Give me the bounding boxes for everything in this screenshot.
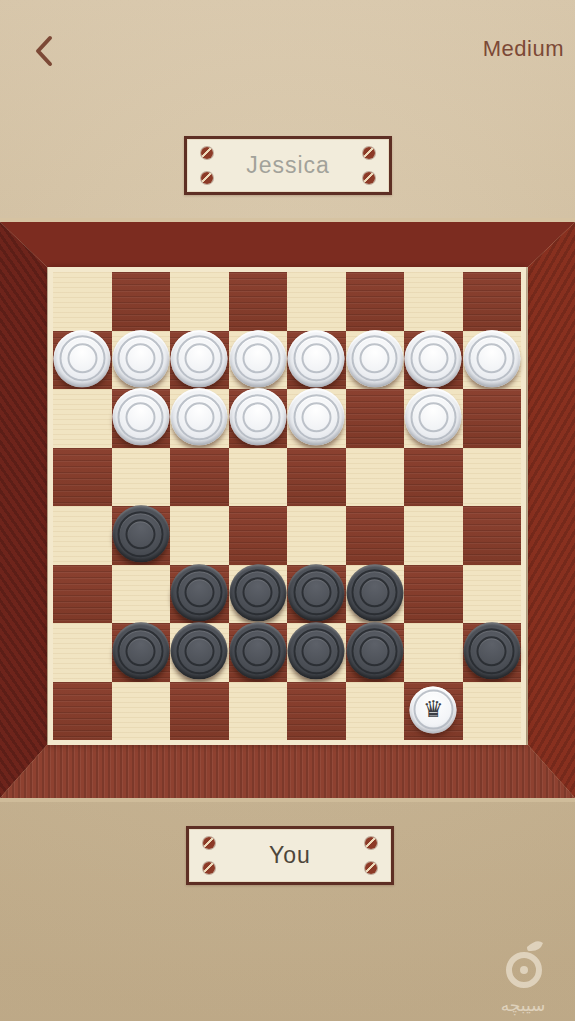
black-piece[interactable] — [112, 623, 169, 680]
board-area: ♛ — [0, 218, 575, 802]
square-a4[interactable] — [53, 506, 112, 565]
opponent-name: Jessica — [246, 152, 330, 179]
square-c8[interactable] — [170, 272, 229, 331]
square-f1[interactable] — [346, 682, 405, 741]
piece-groove — [235, 336, 281, 382]
square-d4[interactable] — [229, 506, 288, 565]
piece-groove — [352, 570, 398, 616]
white-piece[interactable] — [288, 389, 345, 446]
self-nameplate: You — [186, 826, 394, 885]
white-piece[interactable] — [229, 389, 286, 446]
square-e4[interactable] — [287, 506, 346, 565]
square-e5[interactable] — [287, 448, 346, 507]
piece-groove — [184, 402, 214, 432]
square-g5[interactable] — [404, 448, 463, 507]
square-b3[interactable] — [112, 565, 171, 624]
back-chevron-icon — [30, 34, 60, 68]
piece-groove — [235, 628, 281, 674]
screw-icon — [365, 837, 377, 849]
square-b4[interactable] — [112, 506, 171, 565]
piece-groove — [301, 402, 331, 432]
square-b8[interactable] — [112, 272, 171, 331]
piece-groove — [293, 336, 339, 382]
square-b6[interactable] — [112, 389, 171, 448]
square-f6[interactable] — [346, 389, 405, 448]
piece-groove — [477, 344, 507, 374]
piece-groove — [118, 336, 164, 382]
square-d3[interactable] — [229, 565, 288, 624]
square-g3[interactable] — [404, 565, 463, 624]
screw-icon — [365, 862, 377, 874]
square-g6[interactable] — [404, 389, 463, 448]
piece-groove — [301, 578, 331, 608]
black-piece[interactable] — [346, 623, 403, 680]
screw-icon — [201, 172, 213, 184]
white-piece[interactable] — [346, 330, 403, 387]
piece-groove — [418, 344, 448, 374]
square-h1[interactable] — [463, 682, 522, 741]
square-h6[interactable] — [463, 389, 522, 448]
square-c2[interactable] — [170, 623, 229, 682]
piece-groove — [184, 344, 214, 374]
square-a2[interactable] — [53, 623, 112, 682]
black-piece[interactable] — [463, 623, 520, 680]
piece-groove — [293, 570, 339, 616]
square-a3[interactable] — [53, 565, 112, 624]
piece-groove — [126, 344, 156, 374]
piece-groove — [301, 344, 331, 374]
piece-groove — [184, 578, 214, 608]
frame-edge-shadow — [0, 798, 575, 802]
square-e1[interactable] — [287, 682, 346, 741]
app-screen: Medium Jessica ♛ You — [0, 0, 575, 1021]
piece-groove — [176, 628, 222, 674]
square-d1[interactable] — [229, 682, 288, 741]
piece-groove — [243, 344, 273, 374]
square-e7[interactable] — [287, 331, 346, 390]
square-h5[interactable] — [463, 448, 522, 507]
square-c4[interactable] — [170, 506, 229, 565]
black-piece[interactable] — [229, 564, 286, 621]
white-piece[interactable] — [112, 389, 169, 446]
piece-groove — [126, 636, 156, 666]
square-a5[interactable] — [53, 448, 112, 507]
square-a1[interactable] — [53, 682, 112, 741]
square-g4[interactable] — [404, 506, 463, 565]
piece-groove — [176, 570, 222, 616]
square-f8[interactable] — [346, 272, 405, 331]
piece-groove — [469, 336, 515, 382]
piece-groove — [352, 628, 398, 674]
piece-groove — [477, 636, 507, 666]
black-piece[interactable] — [346, 564, 403, 621]
square-d5[interactable] — [229, 448, 288, 507]
square-d7[interactable] — [229, 331, 288, 390]
piece-groove — [176, 336, 222, 382]
square-b5[interactable] — [112, 448, 171, 507]
piece-groove — [243, 578, 273, 608]
piece-groove — [59, 336, 105, 382]
white-piece[interactable] — [463, 330, 520, 387]
square-c1[interactable] — [170, 682, 229, 741]
square-f3[interactable] — [346, 565, 405, 624]
piece-groove — [410, 394, 456, 440]
square-f7[interactable] — [346, 331, 405, 390]
piece-groove — [360, 578, 390, 608]
store-watermark: سیبچه — [477, 933, 569, 1015]
square-e2[interactable] — [287, 623, 346, 682]
piece-groove — [360, 636, 390, 666]
square-d6[interactable] — [229, 389, 288, 448]
piece-groove — [235, 570, 281, 616]
sibche-apple-logo-icon — [494, 933, 552, 995]
square-h3[interactable] — [463, 565, 522, 624]
square-d8[interactable] — [229, 272, 288, 331]
opponent-nameplate: Jessica — [184, 136, 392, 195]
square-h4[interactable] — [463, 506, 522, 565]
square-c3[interactable] — [170, 565, 229, 624]
square-f4[interactable] — [346, 506, 405, 565]
white-piece[interactable] — [229, 330, 286, 387]
square-b1[interactable] — [112, 682, 171, 741]
piece-groove — [126, 519, 156, 549]
white-king-piece[interactable]: ♛ — [410, 686, 457, 733]
black-piece[interactable] — [288, 564, 345, 621]
top-bar: Medium — [0, 0, 575, 90]
square-g2[interactable] — [404, 623, 463, 682]
board-grid: ♛ — [53, 272, 521, 740]
square-c5[interactable] — [170, 448, 229, 507]
square-c6[interactable] — [170, 389, 229, 448]
piece-groove — [243, 636, 273, 666]
white-piece[interactable] — [54, 330, 111, 387]
piece-groove — [184, 636, 214, 666]
square-g8[interactable] — [404, 272, 463, 331]
screw-icon — [363, 172, 375, 184]
square-g1[interactable]: ♛ — [404, 682, 463, 741]
screw-icon — [203, 862, 215, 874]
piece-groove — [410, 336, 456, 382]
square-h2[interactable] — [463, 623, 522, 682]
watermark-text: سیبچه — [477, 995, 569, 1015]
square-h7[interactable] — [463, 331, 522, 390]
piece-groove — [126, 402, 156, 432]
piece-groove — [67, 344, 97, 374]
white-piece[interactable] — [171, 389, 228, 446]
black-piece[interactable] — [171, 564, 228, 621]
square-g7[interactable] — [404, 331, 463, 390]
board-frame: ♛ — [0, 222, 575, 798]
white-piece[interactable] — [405, 330, 462, 387]
square-e6[interactable] — [287, 389, 346, 448]
white-piece[interactable] — [112, 330, 169, 387]
piece-groove — [176, 394, 222, 440]
self-name: You — [269, 842, 311, 869]
piece-groove — [118, 394, 164, 440]
piece-groove — [293, 628, 339, 674]
black-piece[interactable] — [171, 623, 228, 680]
screw-icon — [363, 147, 375, 159]
white-piece[interactable] — [288, 330, 345, 387]
square-f5[interactable] — [346, 448, 405, 507]
black-piece[interactable] — [288, 623, 345, 680]
crown-icon: ♛ — [423, 697, 444, 720]
piece-groove — [301, 636, 331, 666]
black-piece[interactable] — [229, 623, 286, 680]
square-e8[interactable] — [287, 272, 346, 331]
square-a6[interactable] — [53, 389, 112, 448]
piece-groove — [118, 511, 164, 557]
piece-groove — [352, 336, 398, 382]
piece-groove — [418, 402, 448, 432]
piece-groove — [469, 628, 515, 674]
square-c7[interactable] — [170, 331, 229, 390]
back-button[interactable] — [30, 34, 60, 68]
screw-icon — [201, 147, 213, 159]
square-a7[interactable] — [53, 331, 112, 390]
piece-groove — [360, 344, 390, 374]
difficulty-label: Medium — [483, 36, 564, 62]
black-piece[interactable] — [112, 506, 169, 563]
piece-groove — [235, 394, 281, 440]
square-f2[interactable] — [346, 623, 405, 682]
square-a8[interactable] — [53, 272, 112, 331]
square-d2[interactable] — [229, 623, 288, 682]
piece-groove — [243, 402, 273, 432]
piece-groove — [293, 394, 339, 440]
square-e3[interactable] — [287, 565, 346, 624]
screw-icon — [203, 837, 215, 849]
square-b7[interactable] — [112, 331, 171, 390]
white-piece[interactable] — [405, 389, 462, 446]
white-piece[interactable] — [171, 330, 228, 387]
square-b2[interactable] — [112, 623, 171, 682]
board-inner: ♛ — [48, 267, 526, 745]
square-h8[interactable] — [463, 272, 522, 331]
piece-groove — [118, 628, 164, 674]
